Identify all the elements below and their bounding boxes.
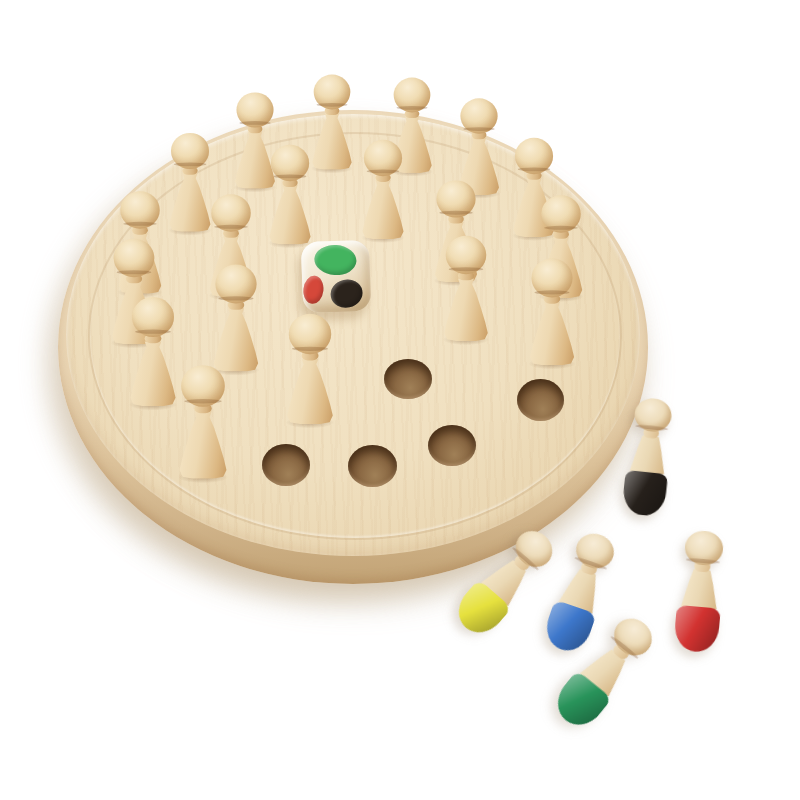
die-front-face-black-dot xyxy=(328,277,365,311)
color-die[interactable] xyxy=(301,240,371,313)
loose-peg-color-tip-black xyxy=(621,470,668,518)
peg-head-groove xyxy=(174,162,206,166)
peg-body xyxy=(526,302,577,366)
loose-peg-body xyxy=(680,568,721,609)
standing-peg-6[interactable] xyxy=(263,143,317,246)
peg-head-groove xyxy=(367,169,399,173)
board-hole-empty-2[interactable] xyxy=(517,379,564,421)
standing-peg-16[interactable] xyxy=(523,256,581,367)
peg-head-groove xyxy=(396,106,427,110)
peg-head-groove xyxy=(439,211,472,215)
standing-peg-15[interactable] xyxy=(438,234,495,343)
peg-head-groove xyxy=(117,270,152,274)
peg-head-groove xyxy=(274,174,307,178)
peg-body xyxy=(210,308,262,372)
peg-head-groove xyxy=(214,225,248,229)
board-hole-empty-1[interactable] xyxy=(384,359,432,399)
standing-peg-19[interactable] xyxy=(172,363,233,481)
board-hole-empty-4[interactable] xyxy=(262,444,310,486)
peg-head-groove xyxy=(135,330,171,334)
peg-body xyxy=(359,180,407,239)
board-hole-empty-5[interactable] xyxy=(348,445,397,487)
peg-body xyxy=(284,358,337,424)
standing-peg-18[interactable] xyxy=(280,312,339,426)
peg-head-groove xyxy=(184,399,221,403)
loose-peg-color-tip-red xyxy=(673,605,721,654)
loose-peg-red[interactable] xyxy=(672,529,728,655)
peg-body xyxy=(266,185,314,244)
peg-head-groove xyxy=(518,167,550,171)
loose-peg-body xyxy=(629,434,670,475)
product-photo-scene xyxy=(0,0,800,800)
peg-head-groove xyxy=(239,121,270,125)
peg-body xyxy=(176,411,231,479)
peg-head-groove xyxy=(316,103,347,107)
die-left-face-red-dot xyxy=(302,275,325,305)
standing-peg-14[interactable] xyxy=(207,262,265,373)
peg-body xyxy=(441,278,492,341)
peg-head-groove xyxy=(535,290,570,294)
peg-head-groove xyxy=(463,127,495,131)
peg-body xyxy=(127,341,179,406)
board-hole-empty-3[interactable] xyxy=(428,425,476,466)
peg-head-groove xyxy=(544,226,578,230)
peg-head-groove xyxy=(218,296,253,300)
peg-head-groove xyxy=(292,347,328,351)
standing-peg-7[interactable] xyxy=(356,138,409,241)
peg-head-groove xyxy=(123,222,157,226)
die-top-face-green-dot xyxy=(313,244,357,277)
peg-head-groove xyxy=(449,267,483,271)
